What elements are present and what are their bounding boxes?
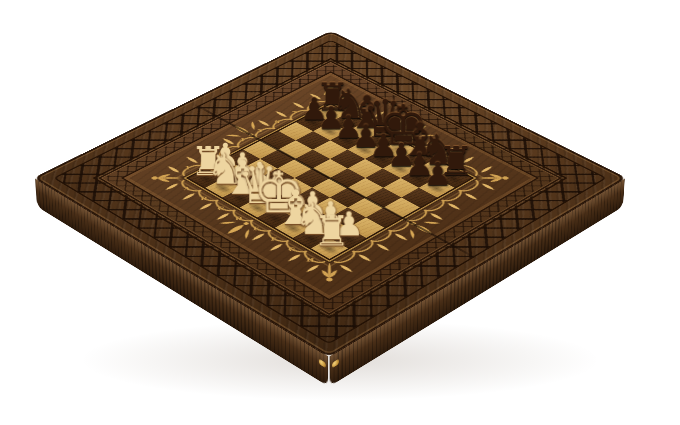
rank-label-4: 4 [235, 136, 249, 142]
black-pawn-glyph: ♟ [424, 158, 453, 190]
rank-label-5: 5 [253, 127, 267, 133]
rank-label-6: 6 [271, 118, 285, 124]
rank-label-8: 8 [305, 101, 318, 107]
brass-pin-left-icon [332, 359, 339, 369]
product-photo: 87654321 ABCDEFGH ♜♞♝♛♚♝♞♜♟♟♟♟♟♟♟♟♟♟♟♟♟♟… [0, 0, 680, 425]
chess-board: 87654321 ABCDEFGH ♜♞♝♛♚♝♞♜♟♟♟♟♟♟♟♟♟♟♟♟♟♟… [33, 31, 627, 358]
rank-label-7: 7 [288, 109, 302, 115]
white-rook-glyph: ♜ [313, 210, 350, 252]
brass-pin-right-icon [319, 359, 326, 369]
